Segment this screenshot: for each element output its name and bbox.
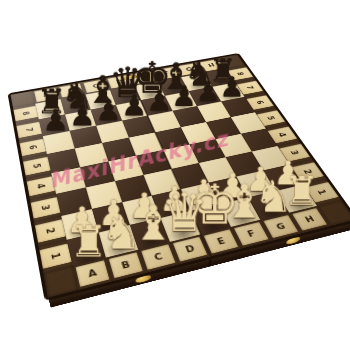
rank-label-text: 2 [35, 219, 66, 243]
chess-board: ABCDEFGH8♜♞♝♛♚♝♞♜87♟♟♟♟♟♟♟♟7665544332♟♟♟… [11, 55, 350, 298]
square-c5 [102, 138, 136, 162]
black-pawn: ♟ [69, 101, 96, 129]
black-pawn: ♟ [121, 92, 147, 120]
rank-label-text: 4 [27, 176, 56, 196]
black-pawn: ♟ [95, 96, 121, 124]
brass-clasp-icon [286, 236, 301, 245]
rank-label-text: 7 [16, 122, 42, 139]
chess-set-photo: ABCDEFGH8♜♞♝♛♚♝♞♜87♟♟♟♟♟♟♟♟7665544332♟♟♟… [0, 0, 350, 350]
rank-label-text: 1 [39, 244, 71, 270]
white-rook: ♜ [69, 221, 108, 262]
front-face-seam [208, 256, 211, 267]
black-pawn: ♟ [220, 74, 245, 101]
square-b5 [75, 143, 109, 167]
rank-label-text: 3 [31, 197, 61, 219]
black-pawn: ♟ [146, 87, 172, 114]
board-3d-wrapper: ABCDEFGH8♜♞♝♛♚♝♞♜87♟♟♟♟♟♟♟♟7665544332♟♟♟… [11, 55, 350, 298]
black-pawn: ♟ [171, 83, 197, 110]
rank-label-text: 6 [20, 139, 47, 157]
rank-label-text: 5 [23, 157, 51, 176]
square-d4 [136, 150, 172, 175]
black-pawn: ♟ [42, 106, 69, 134]
brass-clasp-icon [135, 274, 150, 284]
rank-label-text: 4 [267, 127, 297, 144]
black-pawn: ♟ [196, 78, 221, 105]
